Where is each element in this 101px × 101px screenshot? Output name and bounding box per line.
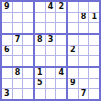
- cell-r6c9[interactable]: [89, 56, 99, 66]
- cell-r1c7[interactable]: [68, 2, 78, 12]
- cell-r8c8[interactable]: [79, 79, 89, 89]
- cell-r6c6[interactable]: [56, 56, 66, 66]
- cell-r7c5[interactable]: [46, 68, 56, 78]
- cell-r5c3[interactable]: [23, 46, 33, 56]
- cell-r9c1[interactable]: 3: [2, 89, 12, 99]
- box-r3c3: 97: [68, 68, 99, 99]
- cell-r4c8[interactable]: [79, 35, 89, 45]
- cell-r4c9[interactable]: [89, 35, 99, 45]
- cell-r1c2[interactable]: [13, 2, 23, 12]
- cell-r8c2[interactable]: [13, 79, 23, 89]
- cell-r3c8[interactable]: [79, 23, 89, 33]
- box-r3c2: 145: [35, 68, 66, 99]
- cell-r5c1[interactable]: 6: [2, 46, 12, 56]
- cell-r2c2[interactable]: [13, 13, 23, 23]
- cell-r1c9[interactable]: [89, 2, 99, 12]
- cell-r6c4[interactable]: [35, 56, 45, 66]
- cell-r1c3[interactable]: [23, 2, 33, 12]
- cell-r9c5[interactable]: [46, 89, 56, 99]
- cell-r6c3[interactable]: [23, 56, 33, 66]
- cell-r6c5[interactable]: [46, 56, 56, 66]
- cell-r7c6[interactable]: 4: [56, 68, 66, 78]
- cell-r9c3[interactable]: [23, 89, 33, 99]
- cell-r6c2[interactable]: [13, 56, 23, 66]
- cell-r3c2[interactable]: [13, 23, 23, 33]
- cell-r8c3[interactable]: [23, 79, 33, 89]
- cell-r5c5[interactable]: [46, 46, 56, 56]
- cell-r4c6[interactable]: [56, 35, 66, 45]
- cell-r4c4[interactable]: 8: [35, 35, 45, 45]
- cell-r2c4[interactable]: [35, 13, 45, 23]
- cell-r3c9[interactable]: [89, 23, 99, 33]
- cell-r5c2[interactable]: [13, 46, 23, 56]
- cell-r7c3[interactable]: [23, 68, 33, 78]
- cell-r9c6[interactable]: [56, 89, 66, 99]
- cell-r1c6[interactable]: 2: [56, 2, 66, 12]
- cell-r8c1[interactable]: [2, 79, 12, 89]
- cell-r7c1[interactable]: [2, 68, 12, 78]
- cell-r6c8[interactable]: [79, 56, 89, 66]
- cell-r1c4[interactable]: [35, 2, 45, 12]
- cell-r2c3[interactable]: [23, 13, 33, 23]
- cell-r7c2[interactable]: 8: [13, 68, 23, 78]
- cell-r4c2[interactable]: 7: [13, 35, 23, 45]
- box-r3c1: 83: [2, 68, 33, 99]
- box-r2c2: 83: [35, 35, 66, 66]
- cell-r8c7[interactable]: 9: [68, 79, 78, 89]
- cell-r2c5[interactable]: [46, 13, 56, 23]
- cell-r5c7[interactable]: 2: [68, 46, 78, 56]
- cell-r4c1[interactable]: [2, 35, 12, 45]
- box-r1c2: 42: [35, 2, 66, 33]
- cell-r3c7[interactable]: [68, 23, 78, 33]
- box-r1c1: 9: [2, 2, 33, 33]
- box-r2c1: 76: [2, 35, 33, 66]
- cell-r9c2[interactable]: [13, 89, 23, 99]
- cell-r9c9[interactable]: [89, 89, 99, 99]
- cell-r2c7[interactable]: [68, 13, 78, 23]
- cell-r4c5[interactable]: 3: [46, 35, 56, 45]
- cell-r5c9[interactable]: [89, 46, 99, 56]
- cell-r7c7[interactable]: [68, 68, 78, 78]
- cell-r6c1[interactable]: [2, 56, 12, 66]
- cell-r3c6[interactable]: [56, 23, 66, 33]
- cell-r2c6[interactable]: [56, 13, 66, 23]
- cell-r9c7[interactable]: [68, 89, 78, 99]
- cell-r8c6[interactable]: [56, 79, 66, 89]
- cell-r5c8[interactable]: [79, 46, 89, 56]
- cell-r2c8[interactable]: 8: [79, 13, 89, 23]
- sudoku-board: 94281768328314597: [0, 0, 101, 101]
- cell-r5c4[interactable]: [35, 46, 45, 56]
- cell-r9c4[interactable]: [35, 89, 45, 99]
- cell-r2c9[interactable]: 1: [89, 13, 99, 23]
- cell-r3c1[interactable]: [2, 23, 12, 33]
- cell-r4c3[interactable]: [23, 35, 33, 45]
- cell-r1c8[interactable]: [79, 2, 89, 12]
- cell-r7c4[interactable]: 1: [35, 68, 45, 78]
- cell-r1c5[interactable]: 4: [46, 2, 56, 12]
- cell-r8c9[interactable]: [89, 79, 99, 89]
- cell-r3c5[interactable]: [46, 23, 56, 33]
- cell-r6c7[interactable]: [68, 56, 78, 66]
- cell-r8c4[interactable]: 5: [35, 79, 45, 89]
- cell-r7c9[interactable]: [89, 68, 99, 78]
- cell-r9c8[interactable]: 7: [79, 89, 89, 99]
- cell-r5c6[interactable]: [56, 46, 66, 56]
- box-r1c3: 81: [68, 2, 99, 33]
- cell-r4c7[interactable]: [68, 35, 78, 45]
- cell-r8c5[interactable]: [46, 79, 56, 89]
- cell-r3c4[interactable]: [35, 23, 45, 33]
- box-r2c3: 2: [68, 35, 99, 66]
- cell-r2c1[interactable]: [2, 13, 12, 23]
- cell-r7c8[interactable]: [79, 68, 89, 78]
- cell-r3c3[interactable]: [23, 23, 33, 33]
- cell-r1c1[interactable]: 9: [2, 2, 12, 12]
